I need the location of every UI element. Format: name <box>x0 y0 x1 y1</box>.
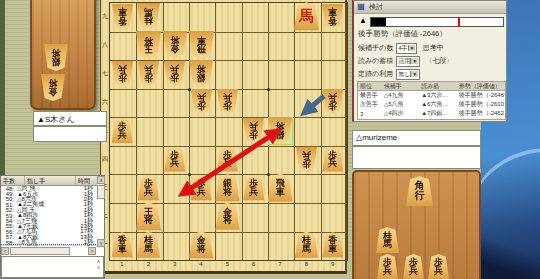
piece-char: 兵 <box>328 159 337 168</box>
control-extra: 思考中 <box>420 44 443 51</box>
dropdown-無し[interactable]: 無し▼ <box>396 69 420 80</box>
piece-hand-銀将[interactable]: 銀将 <box>44 44 68 71</box>
file-label: 4 <box>188 261 214 267</box>
candidate-col-header: 形勢（評価値） <box>459 82 505 91</box>
piece-char: 将 <box>223 187 232 196</box>
grid-line <box>294 3 295 260</box>
kifu-vscroll-up[interactable]: ∧ <box>97 176 105 184</box>
piece-char: 歩 <box>249 130 258 139</box>
grid-line <box>136 3 137 260</box>
evaluation-status: 後手勝勢（評価値 -2646） <box>358 29 447 39</box>
hoshi-dot <box>267 88 270 91</box>
hoshi-dot <box>267 173 270 176</box>
candidate-cell: 3 <box>358 111 384 117</box>
candidate-cell: ▲6六角… <box>421 100 458 109</box>
piece-91-香車[interactable]: 香車 <box>322 232 343 257</box>
piece-char: 兵 <box>383 266 392 275</box>
piece-char: 馬 <box>299 9 313 24</box>
piece-53-銀将[interactable]: 銀将 <box>215 174 239 201</box>
analysis-title: 検討 <box>369 2 383 12</box>
kifu-hscroll-left[interactable]: < <box>1 247 9 255</box>
dropdown-活用[interactable]: 活用▼ <box>396 56 420 67</box>
piece-char: 香 <box>328 16 337 25</box>
piece-char: 歩 <box>118 73 127 82</box>
candidate-cell: 次善手 <box>358 100 384 109</box>
dropdown-value: 4手 <box>398 45 407 51</box>
grid-line <box>110 232 347 233</box>
evaluation-row: ▲ <box>354 16 506 26</box>
piece-char: 兵 <box>197 93 206 102</box>
candidate-cell: ▲3六歩… <box>421 91 458 100</box>
kifu-col-moveno: 手数 <box>1 176 25 185</box>
chevron-down-icon[interactable]: ▼ <box>408 45 416 51</box>
piece-char: 兵 <box>144 187 153 196</box>
chevron-down-icon[interactable]: ▼ <box>410 71 418 77</box>
piece-28-玉将[interactable]: 玉将 <box>136 31 161 59</box>
kifu-cell: 59: <box>1 245 14 246</box>
grid-line <box>189 3 190 260</box>
analysis-titlebar[interactable]: 検討 <box>354 1 506 14</box>
grid-line <box>110 146 347 147</box>
piece-73-飛車[interactable]: 飛車 <box>268 174 293 202</box>
candidate-cell: ▲7四銀… <box>421 109 458 118</box>
piece-char: 歩 <box>223 102 232 111</box>
piece-hand-角行[interactable]: 角行 <box>406 176 433 206</box>
evaluation-bar-black <box>371 18 386 26</box>
rank-label: 九 <box>101 12 109 21</box>
piece-81-桂馬[interactable]: 桂馬 <box>295 232 318 258</box>
piece-63-歩兵[interactable]: 歩兵 <box>243 175 264 200</box>
piece-char: 兵 <box>197 187 206 196</box>
kifu-col-move: 指し手 <box>25 176 76 185</box>
gote-name-plate: △murizeme <box>352 130 481 146</box>
evaluation-bar <box>370 17 504 27</box>
piece-char: 将 <box>197 245 206 254</box>
piece-char: 兵 <box>302 150 311 159</box>
kifu-window[interactable]: 手数 指し手 時間 48:△同 飛1秒49:▲6五歩1秒50:△8六歩2秒51:… <box>0 175 105 279</box>
control-label: 候補手の数 <box>358 44 393 51</box>
piece-84-歩兵[interactable]: 歩兵 <box>296 147 317 172</box>
piece-11-香車[interactable]: 香車 <box>112 232 133 257</box>
piece-56-歩兵[interactable]: 歩兵 <box>217 89 238 114</box>
piece-89-馬[interactable]: 馬 <box>294 2 319 30</box>
piece-hand-歩兵[interactable]: 歩兵 <box>377 254 398 279</box>
piece-hand-歩兵[interactable]: 歩兵 <box>428 254 449 279</box>
gote-info-box <box>352 146 481 169</box>
shogi-board[interactable]: 九八七六五四三二一123456789 香車桂馬馬香車玉将金将飛車歩兵歩兵歩兵銀将… <box>100 0 347 274</box>
piece-char: 行 <box>415 191 425 202</box>
piece-char: 銀 <box>197 73 206 82</box>
control-reading: 読みの蓄積活用▼ 〈七段〉 <box>358 56 453 67</box>
comment-scroll-arrows[interactable]: ∧∨ <box>95 258 102 270</box>
piece-75-銀将[interactable]: 銀将 <box>268 117 292 144</box>
candidate-row[interactable]: 3△4四歩▲7四銀…後手勝勢（-2462） <box>358 109 505 118</box>
kifu-col-time: 時間 <box>76 176 97 185</box>
kifu-hscroll-right[interactable]: > <box>88 247 96 255</box>
piece-char: 車 <box>276 187 285 196</box>
gote-piece-stand: 角行桂馬歩兵歩兵歩兵 <box>352 170 481 279</box>
file-label: 1 <box>109 261 135 267</box>
piece-char: 馬 <box>144 245 153 254</box>
piece-char: 兵 <box>409 266 418 275</box>
kifu-hscroll-thumb[interactable] <box>10 247 70 255</box>
candidate-cell: △4九角 <box>384 91 421 100</box>
grid-line <box>215 3 216 260</box>
candidate-cell: △4四歩 <box>384 109 421 118</box>
rank-label: 六 <box>101 98 109 107</box>
grid-line <box>321 3 322 260</box>
piece-21-桂馬[interactable]: 桂馬 <box>137 232 160 258</box>
control-candidates: 候補手の数4手▼ 思考中 <box>358 43 443 54</box>
analysis-window[interactable]: 検討 ▲ 後手勝勢（評価値 -2646） 候補手の数4手▼ 思考中 読みの蓄積活… <box>352 0 507 122</box>
piece-char: 兵 <box>170 159 179 168</box>
file-label: 8 <box>293 261 319 267</box>
file-label: 3 <box>162 261 188 267</box>
piece-char: 兵 <box>223 93 232 102</box>
piece-char: 歩 <box>170 73 179 82</box>
grid-line <box>242 3 243 260</box>
piece-char: 歩 <box>144 73 153 82</box>
piece-char: 兵 <box>328 93 337 102</box>
candidate-col-header: 順位 <box>358 82 384 91</box>
kifu-move-row[interactable]: 59:▲7五銀14秒 <box>1 245 97 246</box>
control-label: 読みの蓄積 <box>358 57 393 64</box>
piece-15-歩兵[interactable]: 歩兵 <box>112 118 133 143</box>
piece-char: 香 <box>118 16 127 25</box>
control-joseki: 定跡の利用無し▼ <box>358 69 423 80</box>
piece-char: 桂 <box>144 16 153 25</box>
piece-char: 馬 <box>144 8 153 17</box>
evaluation-bar-marker <box>458 17 460 27</box>
piece-char: 車 <box>118 245 127 254</box>
piece-char: 車 <box>118 8 127 17</box>
piece-char: 将 <box>52 49 61 58</box>
candidate-cell: 後手勝勢（-2462） <box>459 109 505 118</box>
piece-54-歩兵[interactable]: 歩兵 <box>217 147 238 172</box>
kifu-vscroll-thumb[interactable] <box>97 185 105 199</box>
piece-char: 歩 <box>328 102 337 111</box>
piece-hand-金将[interactable]: 金将 <box>41 74 65 101</box>
piece-char: 金 <box>170 45 179 54</box>
piece-char: 将 <box>276 122 285 131</box>
candidate-row[interactable]: 次善手△5八角▲6六角…後手勝勢（-2610） <box>358 100 505 109</box>
candidate-cell: 後手勝勢（-2610） <box>459 100 505 109</box>
piece-char: 将 <box>144 36 153 45</box>
piece-char: 車 <box>328 8 337 17</box>
sente-info-box <box>33 126 107 142</box>
kifu-cell: ▲7五銀 <box>14 244 73 247</box>
grid-line <box>163 3 164 260</box>
sente-name: ▲S木さん <box>37 115 75 124</box>
piece-char: 銀 <box>276 130 285 139</box>
piece-char: 兵 <box>249 187 258 196</box>
candidate-col-header: 読み筋 <box>421 82 458 91</box>
piece-char: 馬 <box>383 240 392 249</box>
candidate-table-header: 順位候補手読み筋形勢（評価値） <box>358 82 505 91</box>
kifu-move-list[interactable]: 48:△同 飛1秒49:▲6五歩1秒50:△8六歩2秒51:▲2二角成1秒52:… <box>1 186 97 246</box>
dropdown-4手[interactable]: 4手▼ <box>396 43 417 54</box>
control-extra: 〈七段〉 <box>423 57 453 64</box>
shogi-app-screen: 銀将金将 九八七六五四三二一123456789 香車桂馬馬香車玉将金将飛車歩兵歩… <box>0 0 540 279</box>
file-label: 9 <box>320 261 346 267</box>
candidate-cell: 最善手 <box>358 91 384 100</box>
analysis-window-icon <box>357 3 365 11</box>
piece-char: 兵 <box>249 122 258 131</box>
rank-label: 七 <box>101 69 109 78</box>
piece-52-金将[interactable]: 金将 <box>215 203 239 230</box>
sente-mark: ▲ <box>359 16 367 25</box>
piece-char: 車 <box>328 245 337 254</box>
candidate-row[interactable]: 最善手△4九角▲3六歩…後手勝勢（-2646） <box>358 91 505 100</box>
chevron-down-icon[interactable]: ▼ <box>410 58 418 64</box>
rank-label: 八 <box>101 41 109 50</box>
hoshi-dot <box>188 88 191 91</box>
dropdown-value: 活用 <box>398 58 410 64</box>
piece-char: 兵 <box>223 159 232 168</box>
piece-char: 歩 <box>197 102 206 111</box>
grid-line <box>110 117 347 118</box>
piece-char: 兵 <box>170 65 179 74</box>
piece-char: 将 <box>49 79 58 88</box>
piece-char: 兵 <box>434 266 443 275</box>
piece-43-歩兵[interactable]: 歩兵 <box>191 175 212 200</box>
hoshi-dot <box>188 173 191 176</box>
piece-char: 金 <box>49 87 58 96</box>
piece-27-歩兵[interactable]: 歩兵 <box>138 61 159 86</box>
candidate-cell: 後手勝勢（-2646） <box>459 91 505 100</box>
sente-name-plate: ▲S木さん <box>33 111 107 126</box>
piece-34-歩兵[interactable]: 歩兵 <box>164 147 185 172</box>
kifu-vscroll-down[interactable]: ∨ <box>97 239 105 247</box>
kifu-cell: 14秒 <box>73 244 95 247</box>
piece-hand-桂馬[interactable]: 桂馬 <box>376 227 399 253</box>
sente-piece-stand: 銀将金将 <box>30 0 96 110</box>
piece-char: 兵 <box>118 65 127 74</box>
dropdown-value: 無し <box>398 71 410 77</box>
piece-23-歩兵[interactable]: 歩兵 <box>138 175 159 200</box>
file-label: 2 <box>135 261 161 267</box>
piece-char: 車 <box>197 36 206 45</box>
file-label: 5 <box>214 261 240 267</box>
piece-char: 将 <box>144 216 153 225</box>
file-label: 6 <box>241 261 267 267</box>
piece-94-歩兵[interactable]: 歩兵 <box>322 147 343 172</box>
piece-hand-歩兵[interactable]: 歩兵 <box>403 254 424 279</box>
file-label: 7 <box>267 261 293 267</box>
piece-char: 将 <box>170 36 179 45</box>
grid-line <box>110 60 347 61</box>
piece-char: 兵 <box>118 130 127 139</box>
rank-label: 四 <box>101 155 109 164</box>
piece-41-金将[interactable]: 金将 <box>189 231 213 258</box>
piece-47-銀将[interactable]: 銀将 <box>189 60 213 87</box>
kifu-comment-box[interactable]: ∧∨ <box>1 256 104 278</box>
piece-29-桂馬[interactable]: 桂馬 <box>137 3 160 29</box>
piece-char: 将 <box>223 216 232 225</box>
candidate-table[interactable]: 順位候補手読み筋形勢（評価値）最善手△4九角▲3六歩…後手勝勢（-2646）次善… <box>357 81 506 120</box>
piece-char: 兵 <box>144 65 153 74</box>
candidate-col-header: 候補手 <box>384 82 421 91</box>
candidate-cell: △5八角 <box>384 100 421 109</box>
piece-char: 将 <box>197 65 206 74</box>
desktop-dark-corner <box>481 238 540 279</box>
kifu-header: 手数 指し手 時間 <box>1 176 97 186</box>
piece-22-王将[interactable]: 王将 <box>136 202 161 230</box>
piece-char: 銀 <box>52 57 61 66</box>
piece-char: 馬 <box>302 245 311 254</box>
control-label: 定跡の利用 <box>358 70 393 77</box>
gote-name: △murizeme <box>356 133 397 142</box>
